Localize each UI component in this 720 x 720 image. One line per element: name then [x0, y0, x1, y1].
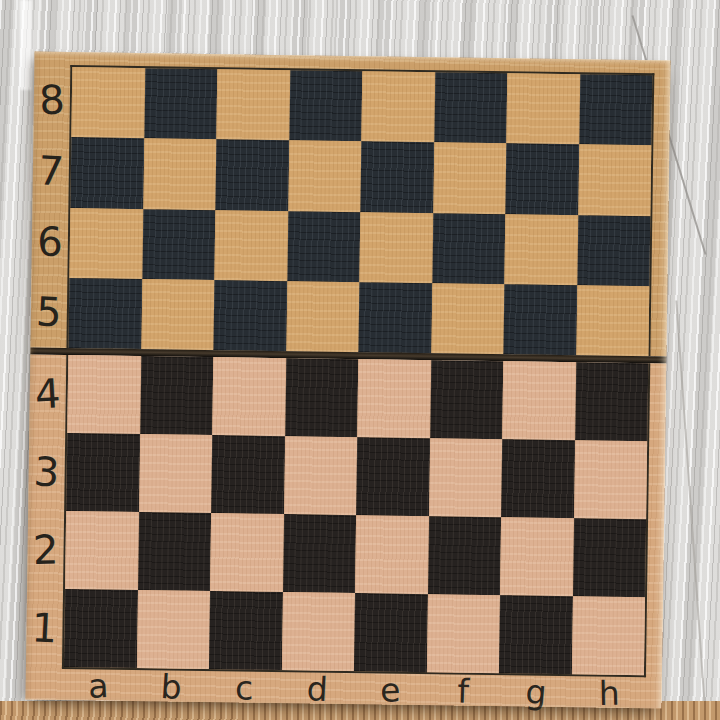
file-label-g: g	[498, 673, 574, 712]
square-e3[interactable]	[356, 437, 430, 516]
square-b2[interactable]	[138, 512, 212, 591]
square-c8[interactable]	[216, 69, 289, 140]
board-grid-ranks-4-to-1	[62, 355, 650, 677]
floor-plank-highlight	[20, 0, 32, 90]
square-c2[interactable]	[210, 513, 284, 592]
square-b1[interactable]	[136, 590, 210, 669]
square-a3[interactable]	[66, 433, 140, 512]
file-label-e: e	[353, 672, 427, 708]
square-h2[interactable]	[573, 518, 647, 597]
square-a4[interactable]	[67, 355, 141, 434]
square-e7[interactable]	[360, 141, 433, 212]
square-f5[interactable]	[431, 283, 504, 354]
chess-board: 8765 4321 abcdefgh	[26, 52, 671, 709]
square-b6[interactable]	[142, 209, 215, 280]
square-f6[interactable]	[432, 213, 505, 284]
square-d2[interactable]	[283, 514, 357, 593]
square-e8[interactable]	[361, 71, 434, 142]
square-h7[interactable]	[578, 144, 651, 215]
rank-labels-bottom: 4321	[26, 355, 66, 667]
square-d6[interactable]	[287, 211, 360, 282]
square-c7[interactable]	[215, 139, 288, 210]
square-d4[interactable]	[285, 358, 359, 437]
rank-label-6: 6	[31, 206, 68, 277]
square-a1[interactable]	[64, 589, 138, 668]
floor-plank-seam	[675, 300, 706, 719]
square-e1[interactable]	[354, 593, 428, 672]
rank-label-4: 4	[28, 354, 68, 434]
file-label-b: b	[134, 668, 209, 706]
square-d3[interactable]	[284, 436, 358, 515]
square-e6[interactable]	[359, 212, 432, 283]
rank-label-2: 2	[27, 510, 65, 589]
square-c4[interactable]	[212, 357, 286, 436]
square-f1[interactable]	[426, 594, 500, 673]
square-f3[interactable]	[429, 438, 503, 517]
square-a8[interactable]	[71, 67, 144, 138]
rank-label-8: 8	[32, 64, 72, 137]
square-b3[interactable]	[139, 434, 213, 513]
rank-labels-top: 8765	[30, 65, 70, 348]
square-b5[interactable]	[141, 279, 214, 350]
file-label-a: a	[61, 668, 136, 705]
square-b7[interactable]	[143, 138, 216, 209]
scene: 8765 4321 abcdefgh	[0, 0, 720, 720]
square-e2[interactable]	[355, 515, 429, 594]
rank-label-3: 3	[26, 432, 67, 512]
square-h6[interactable]	[577, 215, 650, 286]
square-b4[interactable]	[140, 356, 214, 435]
square-a7[interactable]	[70, 137, 143, 208]
square-e4[interactable]	[357, 359, 431, 438]
square-g1[interactable]	[499, 595, 573, 674]
square-e5[interactable]	[358, 282, 431, 353]
file-label-f: f	[426, 673, 500, 708]
square-c3[interactable]	[211, 435, 285, 514]
square-a2[interactable]	[65, 511, 139, 590]
file-label-h: h	[572, 676, 646, 711]
board-top-half: 8765	[30, 52, 670, 357]
square-d5[interactable]	[286, 281, 359, 352]
file-label-d: d	[280, 671, 355, 708]
square-b8[interactable]	[144, 68, 217, 139]
board-bottom-half: 4321 abcdefgh	[26, 355, 667, 709]
square-g6[interactable]	[504, 214, 577, 285]
square-g8[interactable]	[506, 73, 579, 144]
square-a5[interactable]	[68, 278, 141, 349]
rank-label-7: 7	[31, 134, 72, 207]
square-h4[interactable]	[575, 362, 649, 441]
square-c6[interactable]	[214, 210, 287, 281]
square-g5[interactable]	[503, 284, 576, 355]
square-f4[interactable]	[430, 360, 504, 439]
square-f2[interactable]	[428, 516, 502, 595]
square-f7[interactable]	[433, 142, 506, 213]
square-f8[interactable]	[434, 72, 507, 143]
square-g2[interactable]	[500, 517, 574, 596]
square-c5[interactable]	[213, 280, 286, 351]
square-g7[interactable]	[505, 143, 578, 214]
square-g4[interactable]	[502, 361, 576, 440]
file-label-c: c	[207, 671, 281, 706]
square-c1[interactable]	[209, 591, 283, 670]
rank-label-1: 1	[25, 588, 65, 668]
square-h3[interactable]	[574, 440, 648, 519]
square-h8[interactable]	[579, 74, 652, 145]
square-h1[interactable]	[571, 596, 645, 675]
square-g3[interactable]	[501, 439, 575, 518]
square-h5[interactable]	[576, 285, 649, 356]
square-d1[interactable]	[281, 592, 355, 671]
rank-label-5: 5	[29, 276, 68, 348]
square-d8[interactable]	[289, 70, 362, 141]
square-d7[interactable]	[288, 140, 361, 211]
board-grid-ranks-8-to-5	[66, 65, 654, 356]
square-a6[interactable]	[69, 208, 142, 279]
